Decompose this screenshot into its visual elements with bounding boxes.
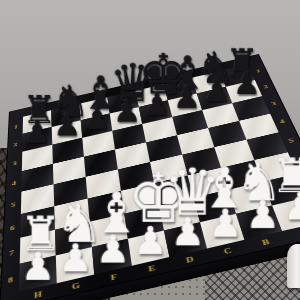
rank-label-left-8: 8: [1, 264, 20, 296]
piece-white-P-f8[interactable]: ♟: [94, 230, 132, 268]
offboard-white-piece: [287, 244, 300, 288]
piece-white-P-a8[interactable]: ♟: [281, 187, 300, 225]
piece-black-P-g2[interactable]: ♟: [52, 110, 83, 141]
piece-white-P-d8[interactable]: ♟: [169, 213, 207, 251]
piece-black-P-d2[interactable]: ♟: [142, 89, 173, 120]
piece-black-P-h2[interactable]: ♟: [22, 116, 53, 147]
piece-white-P-b8[interactable]: ♟: [243, 195, 281, 233]
piece-black-P-c2[interactable]: ♟: [172, 82, 203, 113]
chess-set-photo: ♜♞♝♛♚♝♞♜♟♟♟♟♟♟♟♟♜♞♝♚♛♝♞♜♟♟♟♟♟♟♟♟ 1234567…: [0, 0, 300, 300]
square-d8[interactable]: ♟: [164, 222, 207, 257]
scene: ♜♞♝♛♚♝♞♜♟♟♟♟♟♟♟♟♜♞♝♚♛♝♞♜♟♟♟♟♟♟♟♟ 1234567…: [0, 0, 300, 300]
piece-black-P-b2[interactable]: ♟: [202, 75, 233, 106]
board-border: ♜♞♝♛♚♝♞♜♟♟♟♟♟♟♟♟♜♞♝♚♛♝♞♜♟♟♟♟♟♟♟♟ 1234567…: [0, 55, 300, 300]
piece-white-P-g8[interactable]: ♟: [56, 239, 94, 277]
piece-black-P-a2[interactable]: ♟: [231, 68, 262, 99]
piece-white-P-h8[interactable]: ♟: [19, 247, 57, 285]
square-f8[interactable]: ♟: [92, 239, 132, 275]
piece-black-P-e2[interactable]: ♟: [112, 96, 143, 127]
chessboard: ♜♞♝♛♚♝♞♜♟♟♟♟♟♟♟♟♜♞♝♚♛♝♞♜♟♟♟♟♟♟♟♟ 1234567…: [0, 55, 300, 300]
piece-white-P-c8[interactable]: ♟: [206, 204, 244, 242]
piece-white-P-e8[interactable]: ♟: [131, 221, 169, 259]
piece-black-P-f2[interactable]: ♟: [82, 103, 113, 134]
square-h8[interactable]: ♟: [19, 255, 57, 291]
